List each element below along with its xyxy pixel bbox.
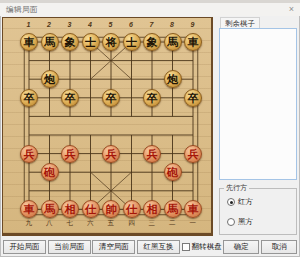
piece-black-rook[interactable]: 車 [184, 33, 202, 51]
piece-black-horse[interactable]: 馬 [41, 33, 59, 51]
piece-black-soldier[interactable]: 卒 [61, 89, 79, 107]
file-label-top: 4 [88, 21, 92, 28]
ok-button[interactable]: 确定 [223, 240, 259, 254]
start-position-button[interactable]: 开始局面 [3, 240, 46, 254]
close-icon[interactable]: × [289, 5, 294, 14]
piece-red-soldier[interactable]: 兵 [20, 145, 38, 163]
file-label-top: 1 [27, 21, 31, 28]
current-position-button[interactable]: 当前局面 [48, 240, 91, 254]
file-label-bottom: 八 [46, 219, 53, 228]
radio-black-label: 黑方 [238, 217, 253, 227]
edit-position-dialog: 编辑局面 × 車馬象士将士象馬車炮炮卒卒卒卒卒兵兵兵兵兵砲砲車馬相仕帥仕相馬車1… [0, 0, 300, 257]
flip-board-label: 翻转棋盘 [192, 242, 222, 252]
piece-black-horse[interactable]: 馬 [164, 33, 182, 51]
flip-board-checkbox-group[interactable]: 翻转棋盘 [182, 242, 222, 252]
piece-red-cannon[interactable]: 砲 [164, 163, 182, 181]
file-label-top: 2 [47, 21, 51, 28]
file-label-bottom: 二 [169, 219, 176, 228]
first-move-group: 先行方 红方 黑方 [219, 188, 297, 235]
radio-red-side[interactable]: 红方 [227, 197, 253, 207]
file-label-bottom: 五 [108, 219, 115, 228]
file-label-bottom: 九 [26, 219, 33, 228]
radio-black-side[interactable]: 黑方 [227, 217, 253, 227]
piece-black-advisor[interactable]: 士 [123, 33, 141, 51]
piece-black-soldier[interactable]: 卒 [20, 89, 38, 107]
piece-black-soldier[interactable]: 卒 [102, 89, 120, 107]
file-label-top: 5 [109, 21, 113, 28]
file-label-bottom: 一 [190, 219, 197, 228]
file-label-bottom: 七 [67, 219, 74, 228]
piece-black-elephant[interactable]: 象 [143, 33, 161, 51]
cancel-button[interactable]: 取消 [261, 240, 297, 254]
swap-red-black-button[interactable]: 红黑互换 [137, 240, 180, 254]
piece-red-horse[interactable]: 馬 [41, 200, 59, 218]
piece-red-soldier[interactable]: 兵 [61, 145, 79, 163]
radio-black-icon [227, 218, 235, 226]
piece-black-soldier[interactable]: 卒 [143, 89, 161, 107]
window-title: 编辑局面 [6, 5, 38, 15]
file-label-top: 6 [129, 21, 133, 28]
clear-position-button[interactable]: 清空局面 [92, 240, 135, 254]
piece-black-elephant[interactable]: 象 [61, 33, 79, 51]
piece-red-cannon[interactable]: 砲 [41, 163, 59, 181]
remaining-pieces-list[interactable] [219, 28, 297, 180]
first-move-legend: 先行方 [224, 184, 249, 192]
titlebar: 编辑局面 × [0, 3, 300, 16]
file-label-top: 3 [68, 21, 72, 28]
piece-black-advisor[interactable]: 士 [82, 33, 100, 51]
file-label-bottom: 六 [87, 219, 94, 228]
file-label-top: 9 [191, 21, 195, 28]
radio-red-label: 红方 [238, 197, 253, 207]
remaining-pieces-tab: 剩余棋子 [220, 17, 260, 28]
file-label-bottom: 三 [149, 219, 156, 228]
piece-black-cannon[interactable]: 炮 [41, 70, 59, 88]
board-lines [23, 36, 199, 216]
piece-red-soldier[interactable]: 兵 [184, 145, 202, 163]
file-label-bottom: 四 [128, 219, 135, 228]
piece-red-soldier[interactable]: 兵 [102, 145, 120, 163]
file-label-top: 8 [170, 21, 174, 28]
file-label-top: 7 [150, 21, 154, 28]
piece-red-horse[interactable]: 馬 [164, 200, 182, 218]
radio-red-icon [227, 198, 235, 206]
piece-black-soldier[interactable]: 卒 [184, 89, 202, 107]
piece-black-rook[interactable]: 車 [20, 33, 38, 51]
board[interactable]: 車馬象士将士象馬車炮炮卒卒卒卒卒兵兵兵兵兵砲砲車馬相仕帥仕相馬車12345678… [2, 17, 213, 236]
piece-black-general[interactable]: 将 [102, 33, 120, 51]
flip-board-checkbox[interactable] [182, 243, 190, 251]
footer: 开始局面 当前局面 清空局面 红黑互换 翻转棋盘 确定 取消 [0, 239, 300, 255]
piece-red-advisor[interactable]: 仕 [123, 200, 141, 218]
piece-red-soldier[interactable]: 兵 [143, 145, 161, 163]
piece-red-rook[interactable]: 車 [184, 200, 202, 218]
piece-red-advisor[interactable]: 仕 [82, 200, 100, 218]
piece-black-cannon[interactable]: 炮 [164, 70, 182, 88]
